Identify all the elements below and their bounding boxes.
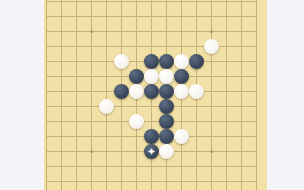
grid-line-vertical [76, 0, 77, 190]
grid-line-vertical [241, 0, 242, 190]
black-stone [159, 129, 174, 144]
white-stone [189, 84, 204, 99]
white-stone [129, 114, 144, 129]
grid-line-vertical [46, 0, 47, 190]
white-stone [129, 84, 144, 99]
black-stone [159, 114, 174, 129]
grid-line-horizontal [46, 181, 257, 182]
grid-line-vertical [256, 0, 257, 190]
white-stone [174, 54, 189, 69]
star-point [90, 150, 93, 153]
last-move-sparkle-icon: ✦ [147, 147, 155, 157]
gomoku-board[interactable]: ✦ [44, 0, 267, 190]
star-point [90, 30, 93, 33]
white-stone [114, 54, 129, 69]
black-stone [174, 69, 189, 84]
black-stone [144, 54, 159, 69]
star-point [210, 30, 213, 33]
white-stone [204, 39, 219, 54]
white-stone [174, 129, 189, 144]
last-move-stone: ✦ [144, 144, 159, 159]
grid-line-horizontal [46, 166, 257, 167]
black-stone [144, 84, 159, 99]
white-stone [99, 99, 114, 114]
board-grid[interactable]: ✦ [46, 0, 257, 190]
black-stone [114, 84, 129, 99]
white-stone [159, 69, 174, 84]
grid-line-vertical [91, 0, 92, 190]
black-stone [159, 54, 174, 69]
black-stone [159, 84, 174, 99]
grid-line-vertical [106, 0, 107, 190]
grid-line-vertical [226, 0, 227, 190]
star-point [210, 150, 213, 153]
black-stone [129, 69, 144, 84]
white-stone [144, 69, 159, 84]
black-stone [144, 129, 159, 144]
grid-line-vertical [61, 0, 62, 190]
black-stone [189, 54, 204, 69]
black-stone [159, 99, 174, 114]
white-stone [159, 144, 174, 159]
gomoku-screenshot: ✦ [0, 0, 304, 190]
white-stone [174, 84, 189, 99]
grid-line-vertical [211, 0, 212, 190]
